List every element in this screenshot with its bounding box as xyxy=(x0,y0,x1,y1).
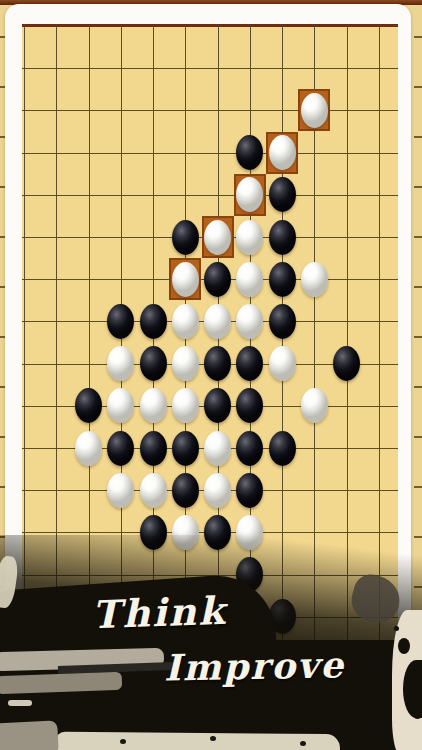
black-stone xyxy=(172,431,199,466)
grid-line-vertical xyxy=(379,26,380,678)
white-stone xyxy=(269,346,296,381)
black-stone xyxy=(140,346,167,381)
black-stone xyxy=(204,515,231,550)
grid-line-vertical xyxy=(24,26,25,678)
white-stone xyxy=(236,262,263,297)
black-stone xyxy=(333,346,360,381)
black-stone xyxy=(236,346,263,381)
grid-line-horizontal xyxy=(22,617,398,618)
white-stone xyxy=(140,473,167,508)
white-stone xyxy=(140,388,167,423)
black-stone xyxy=(75,388,102,423)
white-stone-highlighted xyxy=(269,135,296,170)
white-stone xyxy=(236,304,263,339)
paper-ruling-tick xyxy=(414,186,422,188)
paper-ruling-tick xyxy=(414,36,422,38)
white-stone-highlighted xyxy=(301,93,328,128)
black-stone xyxy=(269,220,296,255)
grid-line-vertical xyxy=(89,26,90,678)
grid-line-horizontal xyxy=(22,68,398,69)
black-stone xyxy=(204,346,231,381)
paper-ruling-tick xyxy=(414,386,422,388)
black-stone xyxy=(269,599,296,634)
white-stone xyxy=(204,304,231,339)
white-stone xyxy=(236,515,263,550)
white-stone-highlighted xyxy=(204,220,231,255)
paper-ruling-tick xyxy=(414,286,422,288)
black-stone xyxy=(269,177,296,212)
black-stone xyxy=(236,557,263,592)
black-stone xyxy=(236,431,263,466)
paper-ruling-tick xyxy=(414,586,422,588)
paper-ruling-tick xyxy=(414,336,422,338)
white-stone xyxy=(204,431,231,466)
white-stone xyxy=(75,431,102,466)
grid-line-horizontal xyxy=(22,153,398,154)
black-stone xyxy=(269,304,296,339)
white-stone xyxy=(172,304,199,339)
board-card xyxy=(5,4,411,746)
black-stone xyxy=(140,515,167,550)
white-stone xyxy=(236,220,263,255)
black-stone xyxy=(204,388,231,423)
black-stone xyxy=(269,431,296,466)
black-stone xyxy=(269,262,296,297)
white-stone xyxy=(301,262,328,297)
black-stone xyxy=(236,388,263,423)
white-stone xyxy=(204,473,231,508)
paper-ruling-tick xyxy=(414,436,422,438)
white-stone xyxy=(172,388,199,423)
paper-ruling-tick xyxy=(414,636,422,638)
black-stone xyxy=(140,304,167,339)
grid-line-horizontal xyxy=(22,110,398,111)
white-stone xyxy=(107,346,134,381)
app-screen: Think Improve xyxy=(0,0,422,750)
paper-ruling-tick xyxy=(414,486,422,488)
board-top-border xyxy=(22,24,398,27)
white-stone xyxy=(301,388,328,423)
white-stone xyxy=(172,515,199,550)
paper-ruling-tick xyxy=(414,236,422,238)
gomoku-board[interactable] xyxy=(22,24,398,684)
grid-line-horizontal xyxy=(22,575,398,576)
black-stone xyxy=(107,304,134,339)
black-stone xyxy=(236,473,263,508)
grid-line-vertical xyxy=(56,26,57,678)
black-stone xyxy=(172,220,199,255)
paper-ruling-tick xyxy=(414,136,422,138)
paper-ruling-tick xyxy=(414,536,422,538)
white-stone-highlighted xyxy=(172,262,199,297)
black-stone xyxy=(172,473,199,508)
paper-ruling-tick xyxy=(414,686,422,688)
white-stone xyxy=(172,346,199,381)
white-stone xyxy=(107,388,134,423)
black-stone xyxy=(140,431,167,466)
black-stone xyxy=(204,262,231,297)
grid-line-horizontal xyxy=(22,195,398,196)
paper-ruling-tick xyxy=(414,86,422,88)
black-stone xyxy=(236,135,263,170)
ink-splatter xyxy=(414,712,421,719)
white-stone xyxy=(107,473,134,508)
black-stone xyxy=(107,431,134,466)
